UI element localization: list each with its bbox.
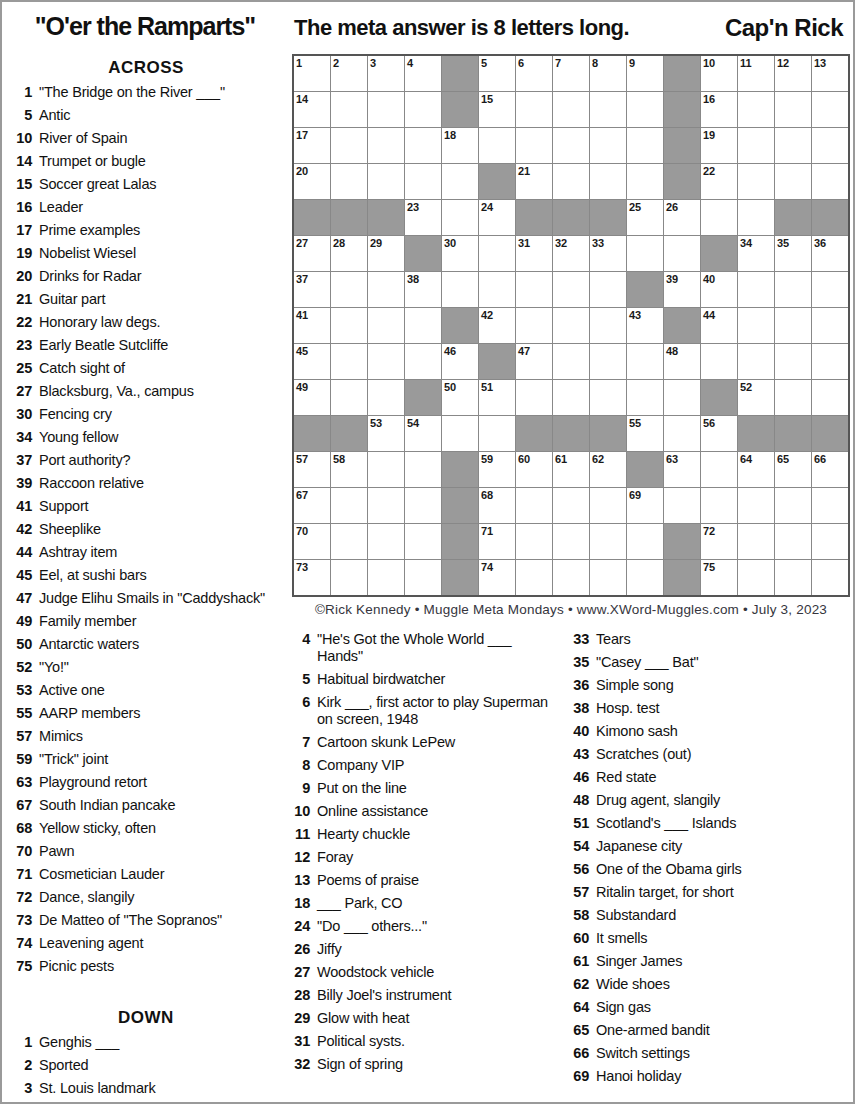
clue-number: 9 [293, 780, 310, 797]
clue-number: 6 [293, 694, 310, 728]
grid-cell[interactable]: 74 [479, 560, 515, 595]
clue-row: 56One of the Obama girls [565, 861, 855, 878]
grid-cell[interactable] [590, 560, 626, 595]
clue-row: 26Jiffy [293, 941, 561, 958]
grid-cell[interactable] [627, 560, 663, 595]
grid-cell[interactable]: 39 [664, 272, 700, 307]
grid-cell[interactable] [405, 128, 441, 163]
grid-cell[interactable] [738, 344, 774, 379]
grid-cell[interactable] [775, 308, 811, 343]
grid-cell[interactable] [479, 128, 515, 163]
clue-row: 5Habitual birdwatcher [293, 671, 561, 688]
clue-number: 1 [4, 1034, 32, 1051]
grid-cell[interactable]: 17 [294, 128, 330, 163]
grid-cell[interactable] [738, 164, 774, 199]
grid-cell[interactable] [331, 560, 367, 595]
clue-text: Leavening agent [39, 935, 288, 952]
grid-cell[interactable] [812, 380, 848, 415]
puzzle-page: "O'er the Ramparts" The meta answer is 8… [0, 0, 855, 1104]
grid-cell[interactable]: 68 [479, 488, 515, 523]
grid-cell[interactable] [516, 92, 552, 127]
clue-text: Kimono sash [596, 723, 855, 740]
grid-cell[interactable]: 36 [812, 236, 848, 271]
grid-cell[interactable] [553, 524, 589, 559]
grid-cell[interactable] [553, 380, 589, 415]
grid-cell[interactable]: 27 [294, 236, 330, 271]
grid-cell[interactable] [442, 200, 478, 235]
grid-cell[interactable] [516, 560, 552, 595]
grid-cell[interactable]: 57 [294, 452, 330, 487]
grid-cell[interactable] [331, 308, 367, 343]
down-clue-list-2: 4"He's Got the Whole World ___ Hands"5Ha… [293, 631, 561, 1073]
grid-cell[interactable]: 46 [442, 344, 478, 379]
cell-number: 15 [481, 93, 493, 105]
grid-cell[interactable]: 44 [701, 308, 737, 343]
grid-cell[interactable]: 15 [479, 92, 515, 127]
grid-cell[interactable] [738, 560, 774, 595]
grid-cell[interactable] [479, 272, 515, 307]
clue-text: Pawn [39, 843, 288, 860]
grid-cell[interactable] [775, 164, 811, 199]
grid-cell[interactable] [405, 164, 441, 199]
block-cell [738, 416, 774, 451]
clue-text: Antic [39, 107, 288, 124]
grid-cell[interactable]: 16 [701, 92, 737, 127]
clue-row: 75Picnic pests [4, 958, 288, 975]
cell-number: 45 [296, 345, 308, 357]
clue-text: Japanese city [596, 838, 855, 855]
grid-cell[interactable] [479, 236, 515, 271]
grid-cell[interactable]: 19 [701, 128, 737, 163]
grid-cell[interactable]: 55 [627, 416, 663, 451]
grid-cell[interactable] [405, 524, 441, 559]
cell-number: 14 [296, 93, 308, 105]
grid-cell[interactable] [553, 128, 589, 163]
clue-row: 39Raccoon relative [4, 475, 288, 492]
grid-cell[interactable] [516, 488, 552, 523]
clue-number: 61 [565, 953, 589, 970]
clue-number: 69 [565, 1068, 589, 1085]
block-cell [664, 128, 700, 163]
clue-number: 71 [4, 866, 32, 883]
cell-number: 7 [555, 57, 561, 69]
clue-row: 51Scotland's ___ Islands [565, 815, 855, 832]
grid-cell[interactable]: 47 [516, 344, 552, 379]
clue-text: Sheeplike [39, 521, 288, 538]
clue-number: 38 [565, 700, 589, 717]
grid-cell[interactable]: 11 [738, 56, 774, 91]
grid-cell[interactable] [812, 344, 848, 379]
grid-cell[interactable]: 34 [738, 236, 774, 271]
grid-cell[interactable] [331, 344, 367, 379]
grid-cell[interactable]: 18 [442, 128, 478, 163]
grid-cell[interactable]: 56 [701, 416, 737, 451]
grid-cell[interactable] [368, 308, 404, 343]
clue-text: Family member [39, 613, 288, 630]
grid-cell[interactable]: 8 [590, 56, 626, 91]
grid-cell[interactable] [812, 272, 848, 307]
grid-cell[interactable]: 6 [516, 56, 552, 91]
grid-cell[interactable]: 20 [294, 164, 330, 199]
grid-cell[interactable] [701, 488, 737, 523]
grid-cell[interactable] [701, 344, 737, 379]
clue-number: 72 [4, 889, 32, 906]
grid-cell[interactable] [331, 272, 367, 307]
grid-cell[interactable] [553, 344, 589, 379]
grid-cell[interactable] [627, 236, 663, 271]
clue-number: 8 [293, 757, 310, 774]
grid-cell[interactable]: 59 [479, 452, 515, 487]
clue-row: 52"Yo!" [4, 659, 288, 676]
grid-cell[interactable] [812, 92, 848, 127]
grid-cell[interactable] [627, 344, 663, 379]
grid-cell[interactable] [590, 92, 626, 127]
clue-row: 23Early Beatle Sutcliffe [4, 337, 288, 354]
clue-row: 4"He's Got the Whole World ___ Hands" [293, 631, 561, 665]
grid-cell[interactable]: 69 [627, 488, 663, 523]
cell-number: 66 [814, 453, 826, 465]
clue-row: 2Sported [4, 1057, 288, 1074]
cell-number: 43 [629, 309, 641, 321]
grid-cell[interactable]: 29 [368, 236, 404, 271]
clue-text: Honorary law degs. [39, 314, 288, 331]
grid-cell[interactable]: 37 [294, 272, 330, 307]
block-cell [627, 452, 663, 487]
clue-row: 3St. Louis landmark [4, 1080, 288, 1097]
clue-number: 42 [4, 521, 32, 538]
clue-row: 17Prime examples [4, 222, 288, 239]
grid-cell[interactable] [405, 488, 441, 523]
grid-cell[interactable] [405, 308, 441, 343]
grid-cell[interactable] [331, 92, 367, 127]
clue-number: 26 [293, 941, 310, 958]
grid-cell[interactable] [331, 164, 367, 199]
cell-number: 17 [296, 129, 308, 141]
clue-number: 70 [4, 843, 32, 860]
cell-number: 65 [777, 453, 789, 465]
grid-cell[interactable]: 71 [479, 524, 515, 559]
grid-cell[interactable] [590, 344, 626, 379]
grid-cell[interactable] [553, 308, 589, 343]
clue-number: 10 [293, 803, 310, 820]
grid-cell[interactable]: 2 [331, 56, 367, 91]
grid-cell[interactable] [331, 128, 367, 163]
grid-cell[interactable] [553, 272, 589, 307]
grid-cell[interactable] [738, 200, 774, 235]
clue-number: 7 [293, 734, 310, 751]
grid-cell[interactable] [664, 236, 700, 271]
grid-cell[interactable]: 33 [590, 236, 626, 271]
grid-cell[interactable] [590, 380, 626, 415]
grid-cell[interactable] [664, 488, 700, 523]
cell-number: 39 [666, 273, 678, 285]
grid-cell[interactable] [368, 380, 404, 415]
cell-number: 21 [518, 165, 530, 177]
clue-text: Scratches (out) [596, 746, 855, 763]
grid-cell[interactable] [775, 488, 811, 523]
grid-cell[interactable] [516, 308, 552, 343]
grid-cell[interactable] [368, 164, 404, 199]
grid-cell[interactable]: 42 [479, 308, 515, 343]
clue-text: Company VIP [317, 757, 561, 774]
grid-cell[interactable]: 9 [627, 56, 663, 91]
grid-cell[interactable] [738, 92, 774, 127]
grid-cell[interactable] [812, 128, 848, 163]
block-cell [442, 452, 478, 487]
grid-cell[interactable] [812, 308, 848, 343]
grid-cell[interactable]: 38 [405, 272, 441, 307]
grid-cell[interactable]: 28 [331, 236, 367, 271]
clue-row: 57Ritalin target, for short [565, 884, 855, 901]
grid-cell[interactable]: 24 [479, 200, 515, 235]
grid-cell[interactable] [405, 344, 441, 379]
grid-cell[interactable] [368, 452, 404, 487]
grid-cell[interactable] [590, 128, 626, 163]
grid-cell[interactable] [664, 416, 700, 451]
grid-cell[interactable]: 31 [516, 236, 552, 271]
grid-cell[interactable] [627, 380, 663, 415]
grid-cell[interactable] [368, 128, 404, 163]
grid-cell[interactable] [479, 416, 515, 451]
grid-cell[interactable] [405, 92, 441, 127]
grid-cell[interactable] [812, 488, 848, 523]
grid-cell[interactable] [775, 560, 811, 595]
grid-cell[interactable]: 30 [442, 236, 478, 271]
clue-text: Habitual birdwatcher [317, 671, 561, 688]
clue-row: 40Kimono sash [565, 723, 855, 740]
grid-cell[interactable]: 5 [479, 56, 515, 91]
grid-cell[interactable] [775, 92, 811, 127]
clue-text: Yellow sticky, often [39, 820, 288, 837]
clue-text: Tears [596, 631, 855, 648]
clue-number: 32 [293, 1056, 310, 1073]
clue-text: River of Spain [39, 130, 288, 147]
block-cell [775, 200, 811, 235]
grid-cell[interactable] [368, 92, 404, 127]
across-header: ACROSS [4, 58, 288, 78]
clue-text: Fencing cry [39, 406, 288, 423]
grid-cell[interactable] [701, 200, 737, 235]
grid-cell[interactable]: 51 [479, 380, 515, 415]
grid-cell[interactable] [738, 272, 774, 307]
grid-cell[interactable]: 75 [701, 560, 737, 595]
grid-cell[interactable] [775, 344, 811, 379]
clue-text: Drinks for Radar [39, 268, 288, 285]
grid-cell[interactable]: 50 [442, 380, 478, 415]
clue-text: It smells [596, 930, 855, 947]
clue-text: "Yo!" [39, 659, 288, 676]
block-cell [775, 416, 811, 451]
clue-text: Substandard [596, 907, 855, 924]
grid-cell[interactable]: 72 [701, 524, 737, 559]
grid-cell[interactable]: 3 [368, 56, 404, 91]
grid-cell[interactable] [516, 524, 552, 559]
grid-cell[interactable] [590, 308, 626, 343]
grid-cell[interactable]: 52 [738, 380, 774, 415]
grid-cell[interactable]: 7 [553, 56, 589, 91]
grid-cell[interactable] [701, 452, 737, 487]
clue-row: 33Tears [565, 631, 855, 648]
cell-number: 41 [296, 309, 308, 321]
clue-number: 37 [4, 452, 32, 469]
clue-text: Simple song [596, 677, 855, 694]
cell-number: 44 [703, 309, 715, 321]
cell-number: 27 [296, 237, 308, 249]
grid-cell[interactable] [368, 524, 404, 559]
clue-number: 28 [293, 987, 310, 1004]
block-cell [294, 200, 330, 235]
clue-text: South Indian pancake [39, 797, 288, 814]
grid-cell[interactable] [553, 488, 589, 523]
grid-cell[interactable]: 45 [294, 344, 330, 379]
grid-cell[interactable] [738, 488, 774, 523]
grid-cell[interactable] [627, 164, 663, 199]
grid-cell[interactable]: 26 [664, 200, 700, 235]
grid-cell[interactable]: 4 [405, 56, 441, 91]
cell-number: 28 [333, 237, 345, 249]
grid-cell[interactable] [664, 380, 700, 415]
grid-cell[interactable]: 53 [368, 416, 404, 451]
grid-cell[interactable] [516, 272, 552, 307]
grid-cell[interactable]: 61 [553, 452, 589, 487]
grid-cell[interactable] [590, 164, 626, 199]
grid-cell[interactable] [368, 560, 404, 595]
grid-cell[interactable]: 49 [294, 380, 330, 415]
clue-text: Judge Elihu Smails in "Caddyshack" [39, 590, 288, 607]
grid-cell[interactable]: 12 [775, 56, 811, 91]
grid-cell[interactable] [775, 272, 811, 307]
clue-text: Switch settings [596, 1045, 855, 1062]
grid-cell[interactable] [738, 128, 774, 163]
cell-number: 9 [629, 57, 635, 69]
clue-row: 9Put on the line [293, 780, 561, 797]
cell-number: 52 [740, 381, 752, 393]
cell-number: 33 [592, 237, 604, 249]
cell-number: 53 [370, 417, 382, 429]
grid-cell[interactable] [405, 560, 441, 595]
grid-cell[interactable] [516, 380, 552, 415]
grid-cell[interactable] [775, 128, 811, 163]
clue-row: 54Japanese city [565, 838, 855, 855]
grid-cell[interactable] [775, 380, 811, 415]
grid-cell[interactable]: 60 [516, 452, 552, 487]
grid-cell[interactable]: 21 [516, 164, 552, 199]
cell-number: 37 [296, 273, 308, 285]
grid-cell[interactable] [590, 524, 626, 559]
grid-cell[interactable] [812, 524, 848, 559]
clue-text: "He's Got the Whole World ___ Hands" [317, 631, 561, 665]
grid-cell[interactable]: 54 [405, 416, 441, 451]
grid-cell[interactable]: 23 [405, 200, 441, 235]
clue-text: Online assistance [317, 803, 561, 820]
grid-cell[interactable] [590, 272, 626, 307]
grid-cell[interactable]: 32 [553, 236, 589, 271]
clue-row: 53Active one [4, 682, 288, 699]
clue-text: Singer James [596, 953, 855, 970]
grid-cell[interactable] [627, 92, 663, 127]
grid-cell[interactable]: 14 [294, 92, 330, 127]
clue-row: 8Company VIP [293, 757, 561, 774]
clue-row: 65One-armed bandit [565, 1022, 855, 1039]
grid-cell[interactable] [553, 164, 589, 199]
grid-cell[interactable]: 13 [812, 56, 848, 91]
grid-cell[interactable]: 62 [590, 452, 626, 487]
grid-cell[interactable]: 66 [812, 452, 848, 487]
clue-text: Poems of praise [317, 872, 561, 889]
grid-cell[interactable] [553, 560, 589, 595]
grid-cell[interactable] [516, 128, 552, 163]
clue-row: 34Young fellow [4, 429, 288, 446]
down-clue-column-2: 4"He's Got the Whole World ___ Hands"5Ha… [293, 631, 561, 1079]
grid-cell[interactable] [812, 560, 848, 595]
clue-row: 1"The Bridge on the River ___" [4, 84, 288, 101]
grid-cell[interactable] [812, 164, 848, 199]
grid-cell[interactable] [331, 380, 367, 415]
grid-cell[interactable]: 25 [627, 200, 663, 235]
cell-number: 22 [703, 165, 715, 177]
grid-cell[interactable]: 63 [664, 452, 700, 487]
grid-cell[interactable] [553, 92, 589, 127]
grid-cell[interactable] [775, 524, 811, 559]
grid-cell[interactable] [331, 524, 367, 559]
grid-cell[interactable]: 65 [775, 452, 811, 487]
grid-cell[interactable] [368, 344, 404, 379]
grid-cell[interactable] [442, 164, 478, 199]
grid-cell[interactable] [590, 488, 626, 523]
across-clue-column: ACROSS 1"The Bridge on the River ___"5An… [4, 58, 288, 981]
cell-number: 56 [703, 417, 715, 429]
clue-row: 71Cosmetician Lauder [4, 866, 288, 883]
grid-cell[interactable]: 64 [738, 452, 774, 487]
grid-cell[interactable]: 10 [701, 56, 737, 91]
grid-cell[interactable] [368, 272, 404, 307]
grid-cell[interactable]: 67 [294, 488, 330, 523]
cell-number: 54 [407, 417, 419, 429]
grid-cell[interactable]: 1 [294, 56, 330, 91]
grid-cell[interactable] [738, 308, 774, 343]
grid-cell[interactable]: 43 [627, 308, 663, 343]
grid-cell[interactable]: 22 [701, 164, 737, 199]
grid-cell[interactable] [627, 524, 663, 559]
grid-cell[interactable]: 35 [775, 236, 811, 271]
clue-number: 52 [4, 659, 32, 676]
grid-cell[interactable]: 40 [701, 272, 737, 307]
grid-cell[interactable] [738, 524, 774, 559]
grid-cell[interactable]: 41 [294, 308, 330, 343]
clue-number: 57 [4, 728, 32, 745]
grid-cell[interactable]: 73 [294, 560, 330, 595]
clue-row: 62Wide shoes [565, 976, 855, 993]
clue-number: 50 [4, 636, 32, 653]
grid-cell[interactable]: 70 [294, 524, 330, 559]
grid-cell[interactable]: 58 [331, 452, 367, 487]
cell-number: 30 [444, 237, 456, 249]
cell-number: 8 [592, 57, 598, 69]
block-cell [664, 92, 700, 127]
cell-number: 24 [481, 201, 493, 213]
grid-cell[interactable] [331, 488, 367, 523]
clue-text: Scotland's ___ Islands [596, 815, 855, 832]
grid-cell[interactable] [368, 488, 404, 523]
cell-number: 51 [481, 381, 493, 393]
clue-row: 42Sheeplike [4, 521, 288, 538]
grid-cell[interactable] [442, 416, 478, 451]
grid-cell[interactable] [405, 452, 441, 487]
grid-cell[interactable]: 48 [664, 344, 700, 379]
grid-cell[interactable] [627, 128, 663, 163]
grid-cell[interactable] [442, 272, 478, 307]
clue-row: 67South Indian pancake [4, 797, 288, 814]
